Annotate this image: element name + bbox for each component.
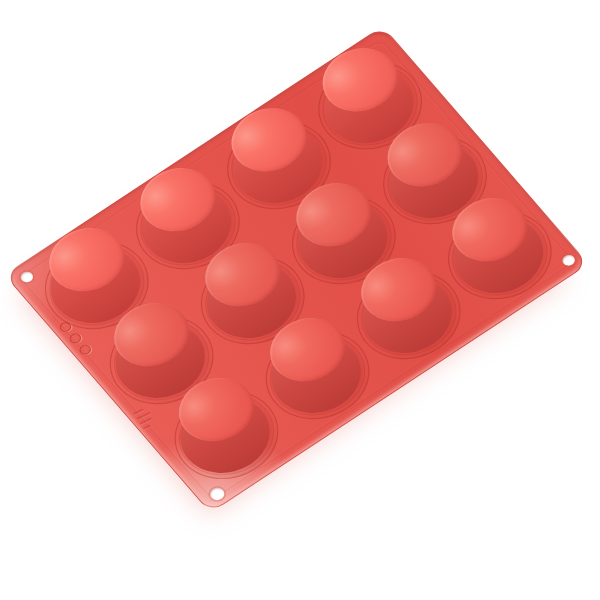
photo-background — [0, 0, 600, 600]
cavity-grid — [17, 37, 575, 501]
muffin-mold — [4, 26, 589, 514]
